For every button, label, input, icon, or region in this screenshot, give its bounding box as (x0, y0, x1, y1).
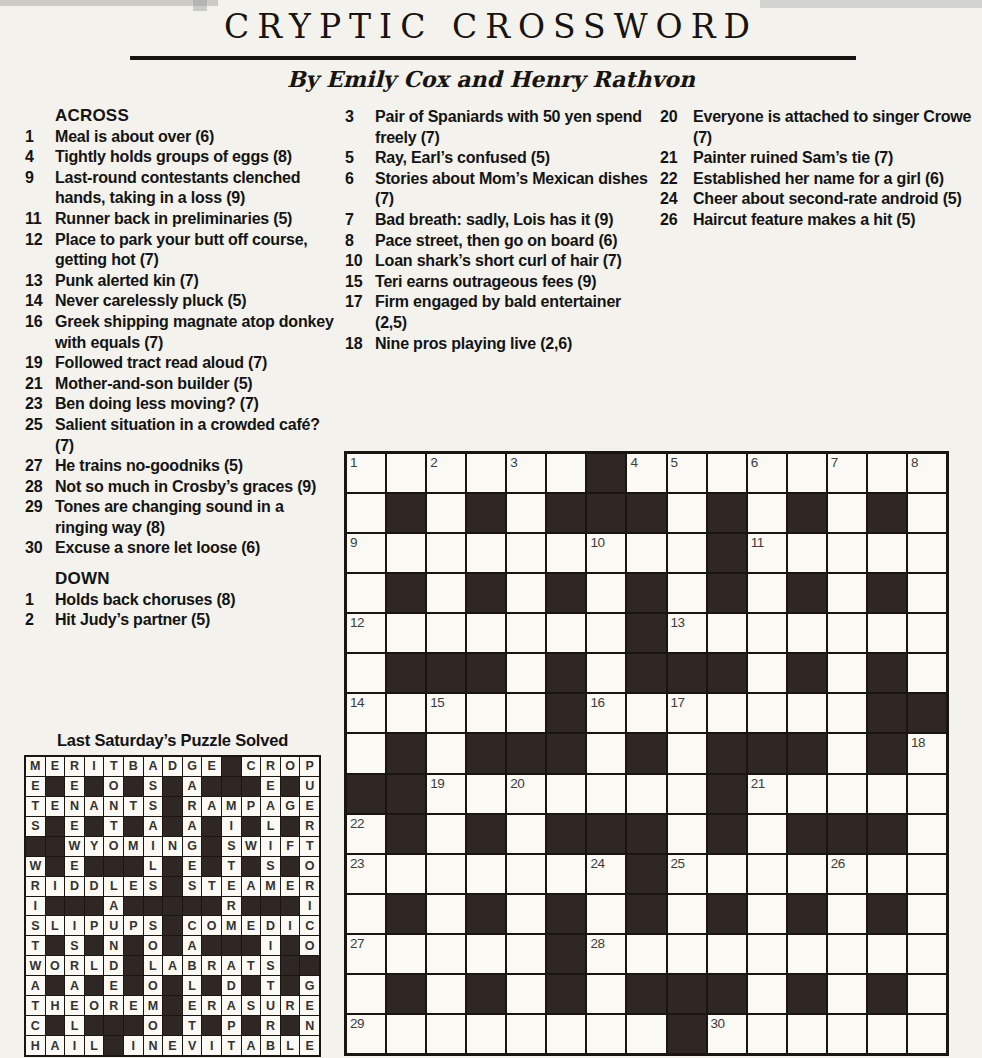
white-cell[interactable] (587, 975, 625, 1013)
white-cell: E (183, 857, 202, 876)
white-cell: N (300, 1016, 319, 1035)
solution-letter: T (222, 857, 241, 876)
solution-letter: S (144, 877, 163, 896)
white-cell[interactable] (467, 935, 505, 973)
white-cell[interactable] (828, 694, 866, 732)
solution-letter: A (144, 757, 163, 776)
white-cell[interactable] (788, 935, 826, 973)
white-cell[interactable] (908, 775, 946, 813)
white-cell[interactable] (547, 614, 585, 652)
clue-item: 2Hit Judy’s partner (5) (25, 610, 335, 631)
white-cell[interactable]: 1 (347, 454, 385, 492)
white-cell[interactable] (788, 454, 826, 492)
white-cell[interactable] (587, 654, 625, 692)
cell-number: 5 (671, 455, 678, 470)
solution-letter: D (163, 757, 182, 776)
white-cell[interactable] (868, 614, 906, 652)
cell-number: 26 (831, 856, 845, 871)
solution-letter: I (46, 877, 65, 896)
white-cell[interactable]: 7 (828, 454, 866, 492)
white-cell[interactable] (507, 1015, 545, 1053)
black-cell (507, 734, 545, 772)
black-cell (708, 895, 746, 933)
cell-number: 6 (751, 455, 758, 470)
black-cell (547, 895, 585, 933)
white-cell[interactable] (828, 654, 866, 692)
white-cell[interactable] (748, 694, 786, 732)
white-cell[interactable] (587, 895, 625, 933)
solution-letter: O (144, 936, 163, 955)
white-cell[interactable]: 4 (627, 454, 665, 492)
white-cell[interactable] (708, 855, 746, 893)
solution-letter: L (261, 817, 280, 836)
white-cell[interactable]: 2 (427, 454, 465, 492)
cell-number: 27 (350, 936, 364, 951)
white-cell[interactable] (427, 1015, 465, 1053)
white-cell[interactable] (748, 855, 786, 893)
main-puzzle-grid[interactable]: 1234567891011121314151617181920212223242… (344, 451, 949, 1056)
white-cell: T (222, 857, 241, 876)
white-cell[interactable] (748, 815, 786, 853)
white-cell: E (202, 757, 221, 776)
black-cell (387, 654, 425, 692)
black-cell (242, 857, 261, 876)
white-cell[interactable] (788, 775, 826, 813)
white-cell[interactable] (868, 855, 906, 893)
white-cell[interactable]: 28 (587, 935, 625, 973)
white-cell[interactable] (748, 654, 786, 692)
white-cell[interactable] (748, 494, 786, 532)
clue-number: 20 (660, 107, 693, 148)
solution-letter: S (144, 797, 163, 816)
solution-letter: A (242, 1036, 261, 1055)
black-cell (46, 936, 65, 955)
white-cell: R (222, 897, 241, 916)
black-cell (281, 817, 300, 836)
white-cell: N (104, 797, 123, 816)
white-cell[interactable] (668, 815, 706, 853)
white-cell[interactable] (427, 534, 465, 572)
white-cell[interactable] (868, 935, 906, 973)
white-cell: O (85, 996, 104, 1015)
white-cell[interactable] (828, 494, 866, 532)
white-cell: E (281, 877, 300, 896)
white-cell[interactable]: 12 (347, 614, 385, 652)
white-cell[interactable] (467, 1015, 505, 1053)
white-cell[interactable] (547, 855, 585, 893)
black-cell (163, 857, 182, 876)
white-cell: E (242, 916, 261, 935)
clue-column-3: 20Everyone is attached to singer Crowe (… (660, 107, 980, 231)
white-cell: O (46, 956, 65, 975)
clue-item: 7Bad breath: sadly, Lois has it (9) (345, 210, 653, 231)
white-cell[interactable]: 10 (587, 534, 625, 572)
white-cell[interactable] (788, 1015, 826, 1053)
white-cell: R (300, 817, 319, 836)
black-cell (144, 897, 163, 916)
white-cell[interactable] (828, 534, 866, 572)
solution-letter: E (65, 817, 84, 836)
white-cell[interactable]: 9 (347, 534, 385, 572)
black-cell (788, 975, 826, 1013)
clue-item: 5Ray, Earl’s confused (5) (345, 148, 653, 169)
white-cell[interactable] (387, 614, 425, 652)
clue-text: Stories about Mom’s Mexican dishes (7) (375, 169, 653, 210)
white-cell[interactable]: 21 (748, 775, 786, 813)
white-cell[interactable] (668, 895, 706, 933)
white-cell[interactable] (908, 494, 946, 532)
white-cell[interactable] (908, 614, 946, 652)
white-cell[interactable] (627, 534, 665, 572)
solution-letter: O (281, 757, 300, 776)
white-cell: A (183, 777, 202, 796)
white-cell[interactable] (788, 855, 826, 893)
black-cell (547, 975, 585, 1013)
white-cell[interactable] (708, 614, 746, 652)
white-cell[interactable] (868, 775, 906, 813)
white-cell[interactable] (748, 895, 786, 933)
white-cell: T (26, 936, 45, 955)
white-cell[interactable]: 18 (908, 734, 946, 772)
clue-item: 23Ben doing less moving? (7) (25, 394, 335, 415)
white-cell[interactable] (427, 975, 465, 1013)
solution-letter: E (183, 996, 202, 1015)
white-cell: I (202, 1036, 221, 1055)
white-cell[interactable] (627, 1015, 665, 1053)
solution-letter: T (124, 797, 143, 816)
white-cell: M (26, 757, 45, 776)
clue-number: 6 (345, 169, 375, 210)
white-cell[interactable] (828, 734, 866, 772)
white-cell: E (300, 1036, 319, 1055)
white-cell[interactable] (908, 534, 946, 572)
white-cell[interactable] (347, 574, 385, 612)
white-cell[interactable] (748, 1015, 786, 1053)
black-cell (668, 975, 706, 1013)
white-cell[interactable] (427, 895, 465, 933)
clue-item: 27He trains no-goodniks (5) (25, 456, 335, 477)
white-cell[interactable] (868, 454, 906, 492)
white-cell: I (65, 916, 84, 935)
white-cell[interactable] (507, 975, 545, 1013)
solution-letter: P (222, 1016, 241, 1035)
white-cell[interactable] (587, 775, 625, 813)
white-cell[interactable] (668, 574, 706, 612)
black-cell (387, 734, 425, 772)
white-cell[interactable] (427, 855, 465, 893)
clue-text: Ben doing less moving? (7) (55, 394, 335, 415)
white-cell: E (46, 757, 65, 776)
white-cell[interactable] (668, 494, 706, 532)
white-cell[interactable]: 8 (908, 454, 946, 492)
solution-letter: T (26, 936, 45, 955)
white-cell: A (163, 956, 182, 975)
white-cell[interactable]: 11 (748, 534, 786, 572)
white-cell[interactable] (507, 654, 545, 692)
solution-letter: R (183, 797, 202, 816)
cell-number: 1 (350, 455, 357, 470)
white-cell[interactable] (387, 935, 425, 973)
white-cell[interactable] (547, 454, 585, 492)
byline: By Emily Cox and Henry Rathvon (0, 66, 982, 92)
white-cell: O (104, 777, 123, 796)
white-cell[interactable] (507, 494, 545, 532)
solution-letter: C (26, 1016, 45, 1035)
white-cell[interactable] (828, 895, 866, 933)
clue-text: Holds back choruses (8) (55, 590, 335, 611)
solution-letter: E (183, 857, 202, 876)
white-cell[interactable] (347, 654, 385, 692)
black-cell (868, 694, 906, 732)
solution-letter: O (300, 857, 319, 876)
white-cell[interactable] (908, 975, 946, 1013)
solution-letter: A (104, 897, 123, 916)
white-cell[interactable] (547, 1015, 585, 1053)
white-cell: N (104, 936, 123, 955)
white-cell: O (300, 936, 319, 955)
clue-item: 14Never carelessly pluck (5) (25, 291, 335, 312)
black-cell (222, 757, 241, 776)
white-cell[interactable] (908, 855, 946, 893)
solution-letter: E (65, 857, 84, 876)
white-cell[interactable] (467, 614, 505, 652)
white-cell[interactable] (467, 694, 505, 732)
solution-letter: R (300, 877, 319, 896)
white-cell[interactable] (868, 534, 906, 572)
white-cell[interactable] (908, 1015, 946, 1053)
white-cell[interactable] (828, 1015, 866, 1053)
cell-number: 20 (510, 776, 524, 791)
white-cell[interactable]: 29 (347, 1015, 385, 1053)
white-cell[interactable]: 24 (587, 855, 625, 893)
white-cell: U (261, 996, 280, 1015)
white-cell[interactable] (467, 534, 505, 572)
white-cell[interactable]: 17 (668, 694, 706, 732)
white-cell[interactable] (828, 935, 866, 973)
white-cell[interactable] (828, 975, 866, 1013)
white-cell[interactable]: 25 (668, 855, 706, 893)
white-cell[interactable] (347, 494, 385, 532)
white-cell: T (183, 1016, 202, 1035)
black-cell (183, 897, 202, 916)
white-cell[interactable]: 13 (668, 614, 706, 652)
solution-letter: T (104, 817, 123, 836)
white-cell[interactable] (748, 614, 786, 652)
white-cell[interactable] (788, 534, 826, 572)
black-cell (222, 936, 241, 955)
white-cell: E (65, 996, 84, 1015)
white-cell[interactable] (387, 1015, 425, 1053)
clue-item: 11Runner back in preliminaries (5) (25, 209, 335, 230)
white-cell[interactable] (467, 454, 505, 492)
clue-text: Nine pros playing live (2,6) (375, 334, 653, 355)
white-cell[interactable]: 15 (427, 694, 465, 732)
white-cell[interactable] (427, 935, 465, 973)
black-cell (242, 817, 261, 836)
white-cell: F (281, 837, 300, 856)
white-cell[interactable]: 6 (748, 454, 786, 492)
white-cell[interactable] (627, 775, 665, 813)
solution-letter: A (163, 956, 182, 975)
white-cell: H (26, 1036, 45, 1055)
white-cell[interactable] (668, 935, 706, 973)
white-cell[interactable] (507, 574, 545, 612)
clue-text: Runner back in preliminaries (5) (55, 209, 335, 230)
clue-text: Established her name for a girl (6) (693, 169, 980, 190)
white-cell[interactable] (748, 574, 786, 612)
white-cell[interactable] (587, 574, 625, 612)
black-cell (868, 734, 906, 772)
solution-letter: O (144, 1016, 163, 1035)
white-cell[interactable] (708, 454, 746, 492)
white-cell[interactable] (427, 614, 465, 652)
white-cell[interactable] (467, 775, 505, 813)
white-cell[interactable] (748, 935, 786, 973)
white-cell: A (104, 897, 123, 916)
white-cell[interactable] (427, 734, 465, 772)
solution-letter: L (65, 1016, 84, 1035)
white-cell: L (85, 956, 104, 975)
white-cell[interactable] (908, 654, 946, 692)
clue-item: 21Mother-and-son builder (5) (25, 374, 335, 395)
white-cell: E (26, 777, 45, 796)
white-cell[interactable] (427, 815, 465, 853)
white-cell[interactable] (748, 975, 786, 1013)
solution-letter: O (300, 936, 319, 955)
solution-letter: A (202, 797, 221, 816)
white-cell[interactable] (908, 895, 946, 933)
solution-letter: R (261, 757, 280, 776)
white-cell: T (26, 996, 45, 1015)
white-cell[interactable] (387, 454, 425, 492)
white-cell[interactable]: 22 (347, 815, 385, 853)
black-cell (467, 734, 505, 772)
white-cell: O (281, 757, 300, 776)
black-cell (163, 1016, 182, 1035)
white-cell[interactable] (427, 494, 465, 532)
white-cell[interactable] (828, 614, 866, 652)
black-cell (708, 534, 746, 572)
white-cell[interactable]: 27 (347, 935, 385, 973)
white-cell[interactable]: 16 (587, 694, 625, 732)
solution-letter: E (222, 877, 241, 896)
white-cell[interactable] (347, 734, 385, 772)
white-cell[interactable] (828, 574, 866, 612)
black-cell (908, 694, 946, 732)
white-cell[interactable]: 14 (347, 694, 385, 732)
white-cell: R (261, 757, 280, 776)
white-cell[interactable] (668, 775, 706, 813)
solution-letter: B (124, 757, 143, 776)
white-cell: R (104, 996, 123, 1015)
solution-letter: N (65, 797, 84, 816)
white-cell[interactable] (627, 935, 665, 973)
black-cell (868, 494, 906, 532)
white-cell[interactable] (507, 815, 545, 853)
white-cell[interactable]: 19 (427, 775, 465, 813)
black-cell (627, 614, 665, 652)
white-cell[interactable] (828, 775, 866, 813)
clue-item: 9Last-round contestants clenched hands, … (25, 168, 335, 209)
white-cell[interactable] (708, 935, 746, 973)
cell-number: 28 (590, 936, 604, 951)
white-cell: P (124, 916, 143, 935)
clue-text: Loan shark’s short curl of hair (7) (375, 251, 653, 272)
clue-number: 29 (25, 497, 55, 538)
white-cell[interactable] (908, 815, 946, 853)
white-cell: A (46, 1036, 65, 1055)
white-cell[interactable] (668, 734, 706, 772)
white-cell[interactable] (507, 935, 545, 973)
white-cell[interactable]: 26 (828, 855, 866, 893)
white-cell[interactable] (387, 855, 425, 893)
white-cell[interactable] (387, 694, 425, 732)
white-cell[interactable] (547, 534, 585, 572)
white-cell[interactable] (507, 694, 545, 732)
white-cell[interactable] (427, 574, 465, 612)
white-cell: A (183, 936, 202, 955)
white-cell[interactable]: 20 (507, 775, 545, 813)
black-cell (242, 1016, 261, 1035)
solution-letter: L (104, 877, 123, 896)
white-cell[interactable]: 5 (668, 454, 706, 492)
white-cell[interactable] (507, 855, 545, 893)
white-cell: R (281, 996, 300, 1015)
solution-letter: I (300, 897, 319, 916)
white-cell[interactable] (387, 534, 425, 572)
solution-letter: E (202, 757, 221, 776)
white-cell[interactable] (587, 734, 625, 772)
white-cell[interactable] (788, 614, 826, 652)
white-cell[interactable] (908, 935, 946, 973)
solution-letter: E (300, 996, 319, 1015)
white-cell[interactable] (507, 614, 545, 652)
white-cell: R (202, 996, 221, 1015)
white-cell[interactable] (627, 694, 665, 732)
white-cell[interactable] (788, 694, 826, 732)
solution-letter: R (261, 1016, 280, 1035)
white-cell[interactable]: 30 (708, 1015, 746, 1053)
black-cell (202, 777, 221, 796)
white-cell[interactable] (587, 1015, 625, 1053)
solution-letter: D (104, 956, 123, 975)
white-cell[interactable] (467, 855, 505, 893)
white-cell[interactable] (347, 975, 385, 1013)
white-cell[interactable] (507, 895, 545, 933)
white-cell[interactable] (507, 534, 545, 572)
white-cell[interactable] (587, 614, 625, 652)
white-cell[interactable] (547, 775, 585, 813)
clue-text: Cheer about second-rate android (5) (693, 189, 980, 210)
clue-number: 5 (345, 148, 375, 169)
white-cell[interactable] (868, 1015, 906, 1053)
down-clue-list-part1: 1Holds back choruses (8)2Hit Judy’s part… (25, 590, 335, 631)
white-cell[interactable] (668, 534, 706, 572)
white-cell: I (281, 916, 300, 935)
white-cell[interactable] (708, 694, 746, 732)
solution-letter: G (183, 837, 202, 856)
white-cell[interactable]: 3 (507, 454, 545, 492)
cell-number: 25 (671, 856, 685, 871)
white-cell[interactable] (908, 574, 946, 612)
white-cell: C (242, 757, 261, 776)
solution-letter: L (144, 857, 163, 876)
clue-text: Tones are changing sound in a ringing wa… (55, 497, 335, 538)
cell-number: 7 (831, 455, 838, 470)
white-cell[interactable]: 23 (347, 855, 385, 893)
black-cell (124, 1016, 143, 1035)
white-cell[interactable] (347, 895, 385, 933)
